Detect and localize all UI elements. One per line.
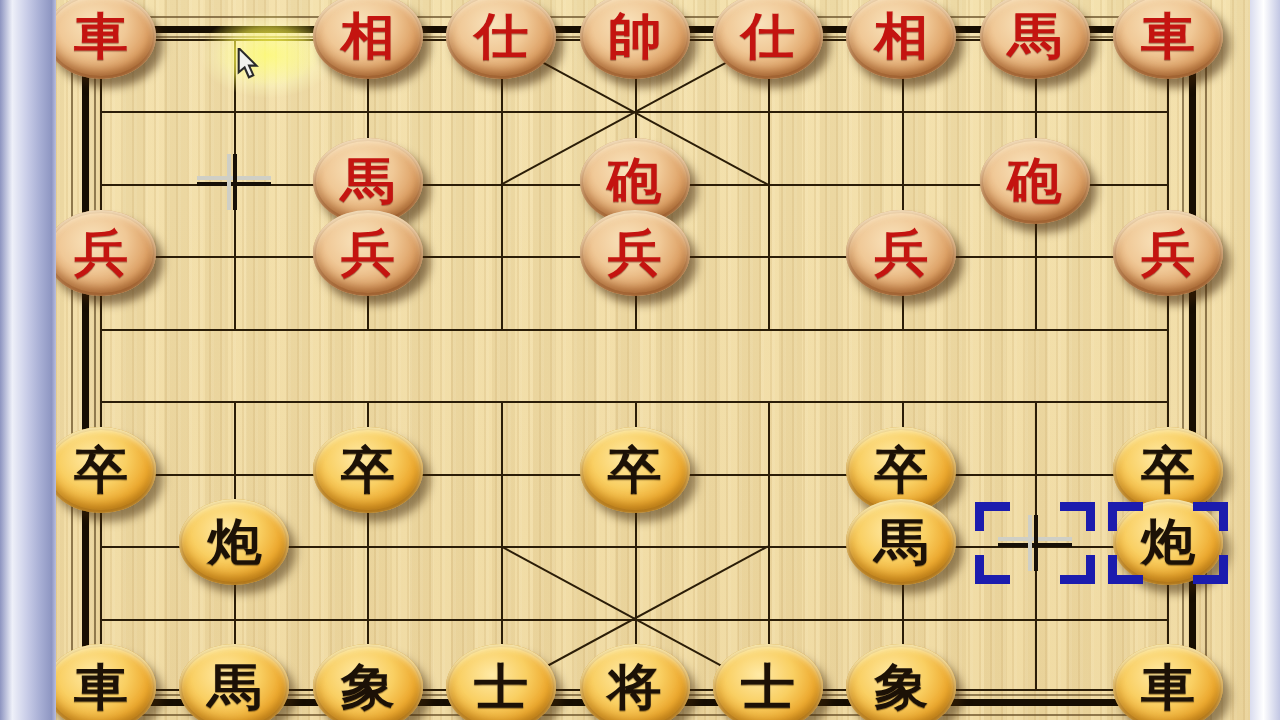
piece-character: 象 [874,662,928,712]
board-cell[interactable] [501,329,635,401]
piece-black-soldier[interactable]: 卒 [580,427,690,513]
piece-black-elephant[interactable]: 象 [313,644,423,720]
board-cell[interactable] [768,329,902,401]
board-cell[interactable] [768,111,902,183]
xiangqi-game-window: 車相仕帥仕相馬車馬砲砲兵兵兵兵兵卒卒卒卒卒炮馬炮車馬象士将士象車 [0,0,1280,720]
board-cell[interactable] [234,329,368,401]
piece-character: 卒 [874,445,928,495]
piece-red-soldier[interactable]: 兵 [313,210,423,296]
piece-black-cannon[interactable]: 炮 [1113,499,1223,585]
piece-character: 卒 [608,445,662,495]
board-cell[interactable] [100,329,234,401]
piece-character: 兵 [341,228,395,278]
piece-character: 士 [474,662,528,712]
piece-character: 車 [1141,11,1195,61]
piece-red-soldier[interactable]: 兵 [1113,210,1223,296]
piece-black-horse[interactable]: 馬 [846,499,956,585]
piece-character: 馬 [1008,11,1062,61]
piece-character: 卒 [1141,445,1195,495]
piece-black-general[interactable]: 将 [580,644,690,720]
piece-red-cannon[interactable]: 砲 [980,138,1090,224]
piece-character: 兵 [874,228,928,278]
piece-character: 兵 [74,228,128,278]
piece-character: 炮 [207,517,261,567]
piece-character: 兵 [1141,228,1195,278]
piece-character: 馬 [341,156,395,206]
piece-character: 炮 [1141,517,1195,567]
board-cell[interactable] [100,111,234,183]
piece-character: 帥 [608,11,662,61]
piece-character: 将 [608,662,662,712]
board-cell[interactable] [635,329,769,401]
piece-red-soldier[interactable]: 兵 [580,210,690,296]
piece-character: 仕 [741,11,795,61]
window-edge-left [0,0,56,720]
piece-character: 象 [341,662,395,712]
board-cell[interactable] [635,546,769,618]
board-cell[interactable] [367,546,501,618]
piece-black-cannon[interactable]: 炮 [179,499,289,585]
piece-character: 卒 [341,445,395,495]
piece-red-soldier[interactable]: 兵 [46,210,156,296]
piece-character: 相 [874,11,928,61]
piece-character: 兵 [608,228,662,278]
piece-character: 車 [74,662,128,712]
piece-character: 車 [1141,662,1195,712]
piece-character: 馬 [874,517,928,567]
board-cell[interactable] [367,329,501,401]
piece-black-chariot[interactable]: 車 [46,644,156,720]
piece-black-soldier[interactable]: 卒 [313,427,423,513]
piece-character: 卒 [74,445,128,495]
piece-character: 馬 [207,662,261,712]
piece-character: 車 [74,11,128,61]
piece-black-advisor[interactable]: 士 [713,644,823,720]
mouse-cursor-icon [237,48,267,82]
piece-character: 砲 [1008,156,1062,206]
board-cell[interactable] [902,329,1036,401]
xiangqi-board-grid[interactable] [100,39,1169,691]
board-cell[interactable] [1035,329,1169,401]
piece-red-soldier[interactable]: 兵 [846,210,956,296]
piece-character: 砲 [608,156,662,206]
board-cell[interactable] [501,546,635,618]
piece-black-chariot[interactable]: 車 [1113,644,1223,720]
piece-character: 相 [341,11,395,61]
window-edge-right [1250,0,1280,720]
piece-character: 仕 [474,11,528,61]
piece-character: 士 [741,662,795,712]
piece-black-soldier[interactable]: 卒 [46,427,156,513]
